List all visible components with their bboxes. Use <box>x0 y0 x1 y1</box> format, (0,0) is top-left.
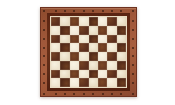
frame-marker-dot <box>43 82 45 84</box>
square-a1[interactable] <box>51 78 60 87</box>
square-g4[interactable] <box>107 52 116 61</box>
square-c8[interactable] <box>70 17 79 26</box>
square-a2[interactable] <box>51 70 60 79</box>
square-e6[interactable] <box>89 35 98 44</box>
square-e5[interactable] <box>89 43 98 52</box>
square-a7[interactable] <box>51 26 60 35</box>
square-e4[interactable] <box>89 52 98 61</box>
square-h4[interactable] <box>117 52 126 61</box>
frame-marker-dot <box>132 93 134 95</box>
frame-marker-dot <box>43 73 45 75</box>
frame-marker-dot <box>102 10 104 12</box>
frame-marker-dot <box>92 93 94 95</box>
square-g7[interactable] <box>107 26 116 35</box>
frame-marker-dot <box>132 38 134 40</box>
chess-board <box>40 7 137 97</box>
frame-marker-dot <box>120 93 122 95</box>
square-b8[interactable] <box>60 17 69 26</box>
frame-marker-dot <box>73 10 75 12</box>
square-g2[interactable] <box>107 70 116 79</box>
square-b7[interactable] <box>60 26 69 35</box>
square-b2[interactable] <box>60 70 69 79</box>
square-e1[interactable] <box>89 78 98 87</box>
frame-marker-dot <box>132 47 134 49</box>
square-e3[interactable] <box>89 61 98 70</box>
square-a6[interactable] <box>51 35 60 44</box>
frame-marker-dot <box>55 93 57 95</box>
square-h2[interactable] <box>117 70 126 79</box>
frame-marker-dot <box>102 93 104 95</box>
square-h3[interactable] <box>117 61 126 70</box>
square-d8[interactable] <box>79 17 88 26</box>
square-e7[interactable] <box>89 26 98 35</box>
square-d5[interactable] <box>79 43 88 52</box>
square-f7[interactable] <box>98 26 107 35</box>
square-b6[interactable] <box>60 35 69 44</box>
frame-marker-dot <box>132 10 134 12</box>
square-g1[interactable] <box>107 78 116 87</box>
square-d3[interactable] <box>79 61 88 70</box>
square-a5[interactable] <box>51 43 60 52</box>
frame-marker-dot <box>83 10 85 12</box>
frame-marker-dot <box>43 47 45 49</box>
square-a8[interactable] <box>51 17 60 26</box>
square-c5[interactable] <box>70 43 79 52</box>
square-d7[interactable] <box>79 26 88 35</box>
square-a4[interactable] <box>51 52 60 61</box>
square-d2[interactable] <box>79 70 88 79</box>
square-f4[interactable] <box>98 52 107 61</box>
square-d4[interactable] <box>79 52 88 61</box>
frame-marker-dot <box>132 20 134 22</box>
frame-marker-dot <box>132 64 134 66</box>
frame-marker-dot <box>43 38 45 40</box>
square-e2[interactable] <box>89 70 98 79</box>
square-b3[interactable] <box>60 61 69 70</box>
square-g6[interactable] <box>107 35 116 44</box>
frame-marker-dot <box>111 93 113 95</box>
square-c4[interactable] <box>70 52 79 61</box>
square-g3[interactable] <box>107 61 116 70</box>
square-g5[interactable] <box>107 43 116 52</box>
square-c6[interactable] <box>70 35 79 44</box>
square-e8[interactable] <box>89 17 98 26</box>
frame-marker-dot <box>43 20 45 22</box>
square-f8[interactable] <box>98 17 107 26</box>
square-h1[interactable] <box>117 78 126 87</box>
square-c7[interactable] <box>70 26 79 35</box>
square-d1[interactable] <box>79 78 88 87</box>
frame-marker-dot <box>43 29 45 31</box>
square-h6[interactable] <box>117 35 126 44</box>
frame-marker-dot <box>83 93 85 95</box>
frame-marker-dot <box>55 10 57 12</box>
frame-marker-dot <box>43 55 45 57</box>
playing-area <box>50 16 127 88</box>
square-f5[interactable] <box>98 43 107 52</box>
square-f1[interactable] <box>98 78 107 87</box>
frame-marker-dot <box>120 10 122 12</box>
square-f2[interactable] <box>98 70 107 79</box>
frame-marker-dot <box>64 93 66 95</box>
square-h8[interactable] <box>117 17 126 26</box>
frame-marker-dot <box>132 55 134 57</box>
square-f3[interactable] <box>98 61 107 70</box>
frame-marker-dot <box>132 82 134 84</box>
frame-marker-dot <box>43 93 45 95</box>
frame-marker-dot <box>132 73 134 75</box>
frame-marker-dot <box>64 10 66 12</box>
square-b4[interactable] <box>60 52 69 61</box>
frame-marker-dot <box>111 10 113 12</box>
square-a3[interactable] <box>51 61 60 70</box>
square-b1[interactable] <box>60 78 69 87</box>
square-c2[interactable] <box>70 70 79 79</box>
square-f6[interactable] <box>98 35 107 44</box>
square-h7[interactable] <box>117 26 126 35</box>
square-h5[interactable] <box>117 43 126 52</box>
frame-marker-dot <box>92 10 94 12</box>
frame-marker-dot <box>43 64 45 66</box>
square-c1[interactable] <box>70 78 79 87</box>
square-b5[interactable] <box>60 43 69 52</box>
frame-marker-dot <box>132 29 134 31</box>
square-g8[interactable] <box>107 17 116 26</box>
photo-background <box>0 0 175 105</box>
frame-marker-dot <box>43 10 45 12</box>
square-d6[interactable] <box>79 35 88 44</box>
frame-marker-dot <box>73 93 75 95</box>
square-c3[interactable] <box>70 61 79 70</box>
